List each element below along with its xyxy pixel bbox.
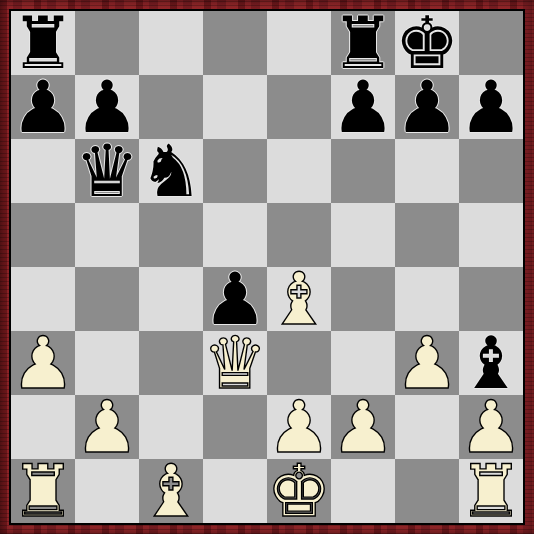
square-d3[interactable]: ♛ — [203, 331, 267, 395]
piece-white-bishop[interactable]: ♝ — [139, 455, 204, 527]
square-f5[interactable] — [331, 203, 395, 267]
square-d6[interactable] — [203, 139, 267, 203]
square-h7[interactable]: ♟ — [459, 75, 523, 139]
piece-black-pawn[interactable]: ♟ — [395, 71, 460, 143]
piece-black-queen[interactable]: ♛ — [75, 135, 140, 207]
piece-white-bishop[interactable]: ♝ — [267, 263, 332, 335]
square-c8[interactable] — [139, 11, 203, 75]
square-h5[interactable] — [459, 203, 523, 267]
piece-white-pawn[interactable]: ♟ — [11, 327, 76, 399]
piece-black-pawn[interactable]: ♟ — [459, 71, 524, 143]
piece-white-queen[interactable]: ♛ — [203, 327, 268, 399]
square-c3[interactable] — [139, 331, 203, 395]
square-f4[interactable] — [331, 267, 395, 331]
square-d8[interactable] — [203, 11, 267, 75]
square-g3[interactable]: ♟ — [395, 331, 459, 395]
square-a6[interactable] — [11, 139, 75, 203]
square-g1[interactable] — [395, 459, 459, 523]
piece-white-rook[interactable]: ♜ — [459, 455, 524, 527]
piece-black-pawn[interactable]: ♟ — [331, 71, 396, 143]
square-g6[interactable] — [395, 139, 459, 203]
square-f6[interactable] — [331, 139, 395, 203]
square-a7[interactable]: ♟ — [11, 75, 75, 139]
square-g7[interactable]: ♟ — [395, 75, 459, 139]
square-b1[interactable] — [75, 459, 139, 523]
piece-white-pawn[interactable]: ♟ — [395, 327, 460, 399]
piece-white-pawn[interactable]: ♟ — [331, 391, 396, 463]
chess-board: ♜♜♚♟♟♟♟♟♛♞♟♝♟♛♟♝♟♟♟♟♜♝♚♜ — [9, 9, 525, 525]
square-f1[interactable] — [331, 459, 395, 523]
square-c4[interactable] — [139, 267, 203, 331]
square-b2[interactable]: ♟ — [75, 395, 139, 459]
square-b6[interactable]: ♛ — [75, 139, 139, 203]
square-c5[interactable] — [139, 203, 203, 267]
square-e1[interactable]: ♚ — [267, 459, 331, 523]
square-c1[interactable]: ♝ — [139, 459, 203, 523]
square-e4[interactable]: ♝ — [267, 267, 331, 331]
square-f7[interactable]: ♟ — [331, 75, 395, 139]
piece-white-king[interactable]: ♚ — [267, 455, 332, 527]
piece-black-knight[interactable]: ♞ — [139, 135, 204, 207]
board-frame: ♜♜♚♟♟♟♟♟♛♞♟♝♟♛♟♝♟♟♟♟♜♝♚♜ — [0, 0, 534, 534]
square-d7[interactable] — [203, 75, 267, 139]
square-a5[interactable] — [11, 203, 75, 267]
square-g2[interactable] — [395, 395, 459, 459]
piece-black-pawn[interactable]: ♟ — [11, 71, 76, 143]
square-e6[interactable] — [267, 139, 331, 203]
square-h6[interactable] — [459, 139, 523, 203]
square-e7[interactable] — [267, 75, 331, 139]
piece-white-pawn[interactable]: ♟ — [75, 391, 140, 463]
square-a1[interactable]: ♜ — [11, 459, 75, 523]
square-e8[interactable] — [267, 11, 331, 75]
square-b4[interactable] — [75, 267, 139, 331]
square-d2[interactable] — [203, 395, 267, 459]
square-h1[interactable]: ♜ — [459, 459, 523, 523]
square-a3[interactable]: ♟ — [11, 331, 75, 395]
square-b5[interactable] — [75, 203, 139, 267]
square-c6[interactable]: ♞ — [139, 139, 203, 203]
square-d1[interactable] — [203, 459, 267, 523]
square-f2[interactable]: ♟ — [331, 395, 395, 459]
square-g5[interactable] — [395, 203, 459, 267]
piece-white-rook[interactable]: ♜ — [11, 455, 76, 527]
